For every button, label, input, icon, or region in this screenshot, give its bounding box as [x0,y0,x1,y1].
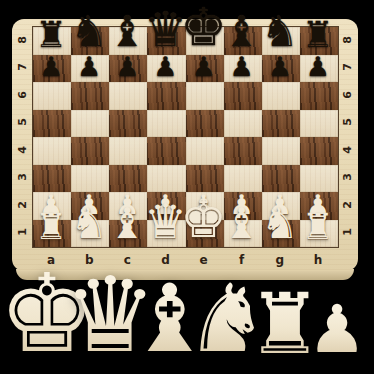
chess-set-scene: 87654321 87654321 abcdefgh ♜♞♝♛♚♝♞♜♟♟♟♟♟… [0,0,374,374]
foreground-showcase-pieces: ♚♛♝♞♜♟ [0,0,374,374]
foreground-white-pawn: ♟ [307,297,366,363]
